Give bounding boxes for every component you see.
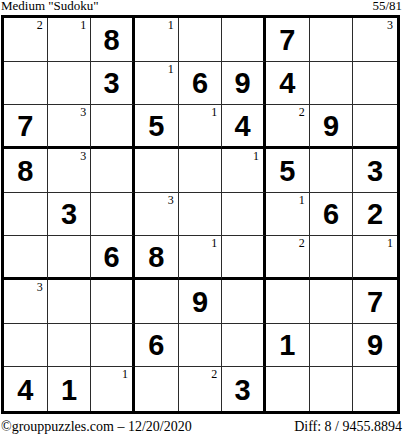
cell-r6c5[interactable]: 1 [179, 236, 223, 280]
cell-value: 8 [104, 24, 120, 55]
pencil-mark: 1 [211, 106, 217, 119]
cell-r9c5[interactable]: 2 [179, 367, 223, 411]
cell-r3c2[interactable]: 3 [48, 105, 92, 149]
cell-r3c4[interactable]: 5 [135, 105, 179, 149]
cell-r9c4[interactable] [135, 367, 179, 411]
pencil-mark: 2 [211, 368, 217, 381]
pencil-mark: 1 [387, 237, 393, 250]
pencil-mark: 3 [387, 19, 393, 32]
pencil-mark: 3 [168, 194, 174, 207]
cell-r3c1[interactable]: 7 [4, 105, 48, 149]
cell-r2c1[interactable] [4, 62, 48, 106]
cell-r9c7[interactable] [266, 367, 310, 411]
cell-r7c6[interactable] [222, 280, 266, 324]
cell-value: 4 [279, 67, 295, 98]
cell-r3c3[interactable] [91, 105, 135, 149]
cell-value: 5 [148, 110, 164, 141]
cell-r3c9[interactable] [353, 105, 397, 149]
cell-r6c7[interactable]: 2 [266, 236, 310, 280]
cell-r6c9[interactable]: 1 [353, 236, 397, 280]
cell-r3c7[interactable]: 2 [266, 105, 310, 149]
cell-value: 7 [17, 110, 33, 141]
pencil-mark: 1 [211, 237, 217, 250]
cell-r1c4[interactable]: 1 [135, 18, 179, 62]
cell-r6c6[interactable] [222, 236, 266, 280]
cell-value: 1 [61, 374, 77, 405]
cell-r5c9[interactable]: 2 [353, 193, 397, 237]
sudoku-grid: 2181733169473514298315333162681213976194… [1, 15, 400, 414]
cell-r4c6[interactable]: 1 [222, 149, 266, 193]
cell-r4c7[interactable]: 5 [266, 149, 310, 193]
cell-r8c2[interactable] [48, 324, 92, 368]
cell-r5c1[interactable] [4, 193, 48, 237]
cell-r9c6[interactable]: 3 [222, 367, 266, 411]
cell-value: 3 [367, 155, 383, 186]
cell-r1c1[interactable]: 2 [4, 18, 48, 62]
cell-r6c2[interactable] [48, 236, 92, 280]
cell-value: 9 [367, 329, 383, 360]
cell-r2c3[interactable]: 3 [91, 62, 135, 106]
cell-r9c8[interactable] [310, 367, 354, 411]
cell-r4c1[interactable]: 8 [4, 149, 48, 193]
cell-value: 8 [17, 155, 33, 186]
cell-r8c7[interactable]: 1 [266, 324, 310, 368]
pencil-mark: 1 [299, 194, 305, 207]
cell-r8c3[interactable] [91, 324, 135, 368]
pencil-mark: 3 [80, 150, 86, 163]
cell-r6c4[interactable]: 8 [135, 236, 179, 280]
cell-value: 1 [279, 329, 295, 360]
cell-r7c8[interactable] [310, 280, 354, 324]
cell-value: 4 [17, 374, 33, 405]
cell-r1c8[interactable] [310, 18, 354, 62]
sudoku-page: Medium "Sudoku" 55/81 218173316947351429… [0, 0, 403, 437]
cell-value: 6 [148, 329, 164, 360]
cell-r8c6[interactable] [222, 324, 266, 368]
cell-r7c3[interactable] [91, 280, 135, 324]
cell-r4c9[interactable]: 3 [353, 149, 397, 193]
cell-r9c3[interactable]: 1 [91, 367, 135, 411]
cell-r4c5[interactable] [179, 149, 223, 193]
cell-r1c3[interactable]: 8 [91, 18, 135, 62]
cell-r8c1[interactable] [4, 324, 48, 368]
pencil-mark: 1 [122, 368, 128, 381]
cell-value: 5 [279, 155, 295, 186]
cell-r1c7[interactable]: 7 [266, 18, 310, 62]
cell-value: 6 [104, 241, 120, 272]
cell-r2c4[interactable]: 1 [135, 62, 179, 106]
cell-r7c2[interactable] [48, 280, 92, 324]
cell-value: 9 [323, 110, 339, 141]
cell-r7c7[interactable] [266, 280, 310, 324]
cell-r1c5[interactable] [179, 18, 223, 62]
cell-value: 6 [192, 67, 208, 98]
pencil-mark: 2 [299, 106, 305, 119]
cell-r7c1[interactable]: 3 [4, 280, 48, 324]
cell-r2c7[interactable]: 4 [266, 62, 310, 106]
cell-r3c5[interactable]: 1 [179, 105, 223, 149]
cell-r5c5[interactable] [179, 193, 223, 237]
page-footer: ©grouppuzzles.com – 12/20/2020 Diff: 8 /… [0, 414, 403, 435]
cell-value: 8 [148, 241, 164, 272]
cell-r1c2[interactable]: 1 [48, 18, 92, 62]
cell-value: 3 [104, 67, 120, 98]
cell-r8c9[interactable]: 9 [353, 324, 397, 368]
cell-r7c9[interactable]: 7 [353, 280, 397, 324]
pencil-mark: 3 [80, 106, 86, 119]
cell-r1c9[interactable]: 3 [353, 18, 397, 62]
cell-r6c1[interactable] [4, 236, 48, 280]
cell-r5c4[interactable]: 3 [135, 193, 179, 237]
cell-value: 9 [192, 286, 208, 317]
pencil-mark: 1 [168, 63, 174, 76]
cell-r6c3[interactable]: 6 [91, 236, 135, 280]
cell-r8c4[interactable]: 6 [135, 324, 179, 368]
cell-r7c4[interactable] [135, 280, 179, 324]
cell-r6c8[interactable] [310, 236, 354, 280]
cell-r3c8[interactable]: 9 [310, 105, 354, 149]
cell-r9c9[interactable] [353, 367, 397, 411]
cell-r5c2[interactable]: 3 [48, 193, 92, 237]
cell-value: 3 [235, 374, 251, 405]
copyright-text: ©grouppuzzles.com – 12/20/2020 [1, 419, 192, 435]
cell-r8c5[interactable] [179, 324, 223, 368]
cell-r9c2[interactable]: 1 [48, 367, 92, 411]
puzzle-title: Medium "Sudoku" [1, 0, 99, 14]
pencil-mark: 2 [299, 237, 305, 250]
pencil-mark: 1 [253, 150, 259, 163]
cell-value: 7 [367, 286, 383, 317]
cells-remaining-counter: 55/81 [372, 0, 402, 14]
cell-r2c9[interactable] [353, 62, 397, 106]
cell-r8c8[interactable] [310, 324, 354, 368]
cell-r2c8[interactable] [310, 62, 354, 106]
pencil-mark: 2 [37, 19, 43, 32]
cell-value: 7 [279, 24, 295, 55]
cell-r2c6[interactable]: 9 [222, 62, 266, 106]
cell-r5c8[interactable]: 6 [310, 193, 354, 237]
cell-r4c8[interactable] [310, 149, 354, 193]
cell-r3c6[interactable]: 4 [222, 105, 266, 149]
difficulty-text: Diff: 8 / 9455.8894 [294, 419, 402, 435]
pencil-mark: 1 [80, 19, 86, 32]
cell-r4c4[interactable] [135, 149, 179, 193]
cell-value: 2 [367, 198, 383, 229]
cell-r2c2[interactable] [48, 62, 92, 106]
cell-value: 6 [323, 198, 339, 229]
cell-r4c3[interactable] [91, 149, 135, 193]
cell-r7c5[interactable]: 9 [179, 280, 223, 324]
cell-r4c2[interactable]: 3 [48, 149, 92, 193]
cell-r5c6[interactable] [222, 193, 266, 237]
cell-value: 3 [61, 198, 77, 229]
cell-r5c7[interactable]: 1 [266, 193, 310, 237]
cell-value: 9 [235, 67, 251, 98]
pencil-mark: 1 [168, 19, 174, 32]
cell-value: 4 [235, 110, 251, 141]
page-header: Medium "Sudoku" 55/81 [0, 0, 403, 15]
cell-r9c1[interactable]: 4 [4, 367, 48, 411]
cell-r2c5[interactable]: 6 [179, 62, 223, 106]
cell-r5c3[interactable] [91, 193, 135, 237]
pencil-mark: 3 [37, 281, 43, 294]
cell-r1c6[interactable] [222, 18, 266, 62]
